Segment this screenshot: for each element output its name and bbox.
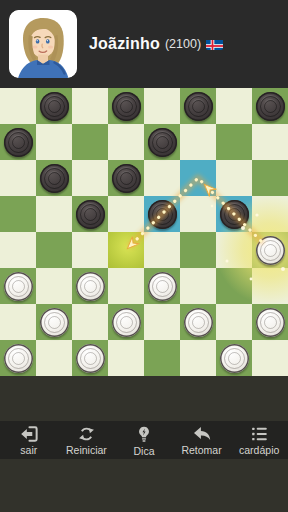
cell-r7c1[interactable] (0, 304, 36, 340)
cell-r1c7[interactable] (216, 88, 252, 124)
cell-r6c8[interactable] (252, 268, 288, 304)
black-piece[interactable] (112, 92, 141, 121)
white-piece[interactable] (112, 308, 141, 337)
cell-r2c5[interactable] (144, 124, 180, 160)
cell-r4c2[interactable] (36, 196, 72, 232)
cell-r6c4[interactable] (108, 268, 144, 304)
cell-r3c1[interactable] (0, 160, 36, 196)
cell-r6c7[interactable] (216, 268, 252, 304)
black-piece[interactable] (40, 92, 69, 121)
cell-r5c1[interactable] (0, 232, 36, 268)
white-piece[interactable] (256, 236, 285, 265)
cell-r8c1[interactable] (0, 340, 36, 376)
cell-r7c8[interactable] (252, 304, 288, 340)
toolbar-label: cardápio (239, 445, 279, 456)
iceland-flag-icon (206, 38, 223, 50)
footer-area: sair Reiniciar (0, 376, 288, 512)
cell-r4c5[interactable] (144, 196, 180, 232)
cell-r5c5[interactable] (144, 232, 180, 268)
white-piece[interactable] (4, 344, 33, 373)
toolbar-button-dica[interactable]: Dica (115, 421, 173, 459)
white-piece[interactable] (76, 344, 105, 373)
cell-r2c8[interactable] (252, 124, 288, 160)
cell-r2c6[interactable] (180, 124, 216, 160)
cell-r6c2[interactable] (36, 268, 72, 304)
player-rating: (2100) (165, 37, 201, 51)
cell-r5c8[interactable] (252, 232, 288, 268)
black-piece[interactable] (220, 200, 249, 229)
cell-r7c5[interactable] (144, 304, 180, 340)
cell-r4c3[interactable] (72, 196, 108, 232)
cell-r1c6[interactable] (180, 88, 216, 124)
player-name: Joãzinho (89, 35, 160, 53)
cell-r5c4[interactable] (108, 232, 144, 268)
white-piece[interactable] (220, 344, 249, 373)
cell-r5c2[interactable] (36, 232, 72, 268)
cell-r5c6[interactable] (180, 232, 216, 268)
cell-r7c3[interactable] (72, 304, 108, 340)
cell-r1c1[interactable] (0, 88, 36, 124)
cell-r4c4[interactable] (108, 196, 144, 232)
cell-r8c5[interactable] (144, 340, 180, 376)
cell-r8c7[interactable] (216, 340, 252, 376)
toolbar-button-retomar[interactable]: Retomar (173, 421, 231, 459)
black-piece[interactable] (148, 128, 177, 157)
cell-r4c8[interactable] (252, 196, 288, 232)
cell-r2c4[interactable] (108, 124, 144, 160)
player-info: Joãzinho (2100) (89, 35, 223, 53)
toolbar: sair Reiniciar (0, 421, 288, 459)
cell-r5c3[interactable] (72, 232, 108, 268)
black-piece[interactable] (112, 164, 141, 193)
white-piece[interactable] (40, 308, 69, 337)
black-piece[interactable] (184, 92, 213, 121)
toolbar-label: Dica (133, 446, 154, 457)
cell-r8c3[interactable] (72, 340, 108, 376)
cell-r1c5[interactable] (144, 88, 180, 124)
white-piece[interactable] (256, 308, 285, 337)
exit-icon (18, 424, 40, 444)
cell-r7c6[interactable] (180, 304, 216, 340)
cell-r8c4[interactable] (108, 340, 144, 376)
board-grid (0, 88, 288, 376)
cell-r8c6[interactable] (180, 340, 216, 376)
checkers-board (0, 88, 288, 376)
cell-r3c4[interactable] (108, 160, 144, 196)
toolbar-button-sair[interactable]: sair (0, 421, 58, 459)
cell-r2c2[interactable] (36, 124, 72, 160)
cell-r5c7[interactable] (216, 232, 252, 268)
restart-icon (76, 424, 97, 444)
cell-r3c7[interactable] (216, 160, 252, 196)
player-avatar[interactable] (9, 10, 77, 78)
hint-bulb-icon (134, 424, 154, 445)
cell-r1c3[interactable] (72, 88, 108, 124)
cell-r3c5[interactable] (144, 160, 180, 196)
app-screen: Joãzinho (2100) (0, 0, 288, 512)
cell-r4c6[interactable] (180, 196, 216, 232)
cell-r1c4[interactable] (108, 88, 144, 124)
white-piece[interactable] (184, 308, 213, 337)
toolbar-button-reiniciar[interactable]: Reiniciar (58, 421, 116, 459)
cell-r8c2[interactable] (36, 340, 72, 376)
cell-r7c4[interactable] (108, 304, 144, 340)
toolbar-label: Retomar (181, 445, 221, 456)
undo-icon (191, 424, 213, 444)
toolbar-label: sair (20, 445, 37, 456)
cell-r3c2[interactable] (36, 160, 72, 196)
cell-r4c1[interactable] (0, 196, 36, 232)
cell-r6c3[interactable] (72, 268, 108, 304)
toolbar-label: Reiniciar (66, 445, 107, 456)
opponent-header: Joãzinho (2100) (0, 0, 288, 88)
cell-r7c7[interactable] (216, 304, 252, 340)
cell-r3c8[interactable] (252, 160, 288, 196)
cell-r4c7[interactable] (216, 196, 252, 232)
toolbar-button-cardapio[interactable]: cardápio (230, 421, 288, 459)
white-piece[interactable] (4, 272, 33, 301)
cell-r1c2[interactable] (36, 88, 72, 124)
cell-r2c3[interactable] (72, 124, 108, 160)
cell-r3c3[interactable] (72, 160, 108, 196)
menu-list-icon (249, 424, 270, 444)
cell-r1c8[interactable] (252, 88, 288, 124)
avatar-illustration (9, 10, 77, 78)
black-piece[interactable] (76, 200, 105, 229)
cell-r2c1[interactable] (0, 124, 36, 160)
white-piece[interactable] (148, 272, 177, 301)
cell-r3c6[interactable] (180, 160, 216, 196)
cell-r7c2[interactable] (36, 304, 72, 340)
cell-r8c8[interactable] (252, 340, 288, 376)
black-piece[interactable] (40, 164, 69, 193)
black-piece[interactable] (256, 92, 285, 121)
cell-r6c6[interactable] (180, 268, 216, 304)
white-piece[interactable] (76, 272, 105, 301)
cell-r6c1[interactable] (0, 268, 36, 304)
cell-r2c7[interactable] (216, 124, 252, 160)
black-piece[interactable] (148, 200, 177, 229)
cell-r6c5[interactable] (144, 268, 180, 304)
black-piece[interactable] (4, 128, 33, 157)
